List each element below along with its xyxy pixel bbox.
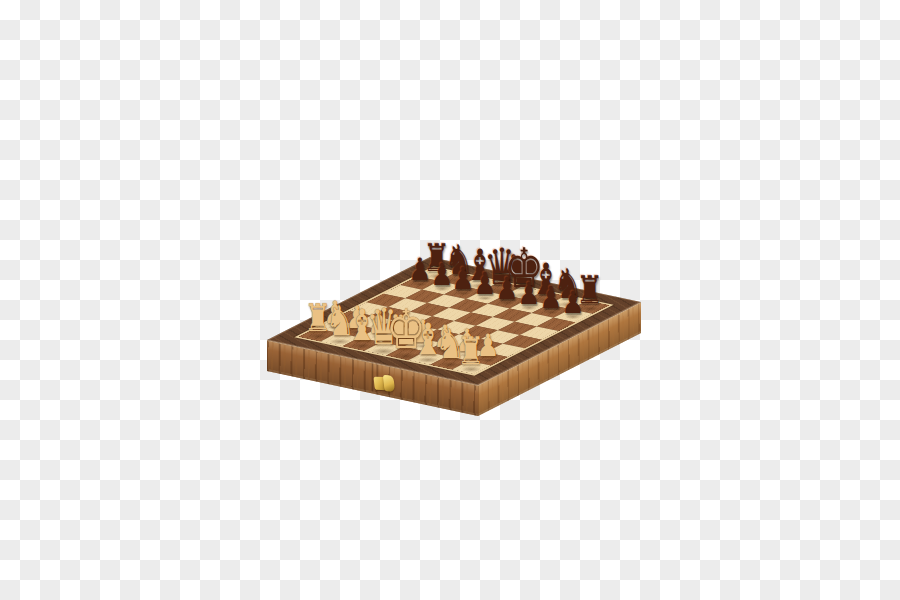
- piece-black-pawn-g7[interactable]: ♟: [540, 282, 563, 313]
- brass-clasp-icon: [373, 375, 396, 394]
- piece-black-pawn-e7[interactable]: ♟: [496, 273, 519, 304]
- piece-black-pawn-d7[interactable]: ♟: [474, 268, 497, 299]
- piece-black-pawn-h7[interactable]: ♟: [562, 287, 585, 318]
- piece-white-rook-h1[interactable]: ♜: [457, 332, 485, 370]
- chess-set: ♜♞♝♛♚♝♞♜♟♟♟♟♟♟♟♟♟♟♟♟♟♟♟♟♜♞♝♛♚♝♞♜: [0, 0, 900, 600]
- clasp-hook: [383, 375, 395, 392]
- transparent-background: ♜♞♝♛♚♝♞♜♟♟♟♟♟♟♟♟♟♟♟♟♟♟♟♟♜♞♝♛♚♝♞♜: [0, 0, 900, 600]
- piece-black-pawn-a7[interactable]: ♟: [408, 254, 431, 285]
- piece-black-pawn-f7[interactable]: ♟: [518, 277, 541, 308]
- piece-black-pawn-b7[interactable]: ♟: [430, 259, 453, 290]
- piece-black-pawn-c7[interactable]: ♟: [452, 263, 475, 294]
